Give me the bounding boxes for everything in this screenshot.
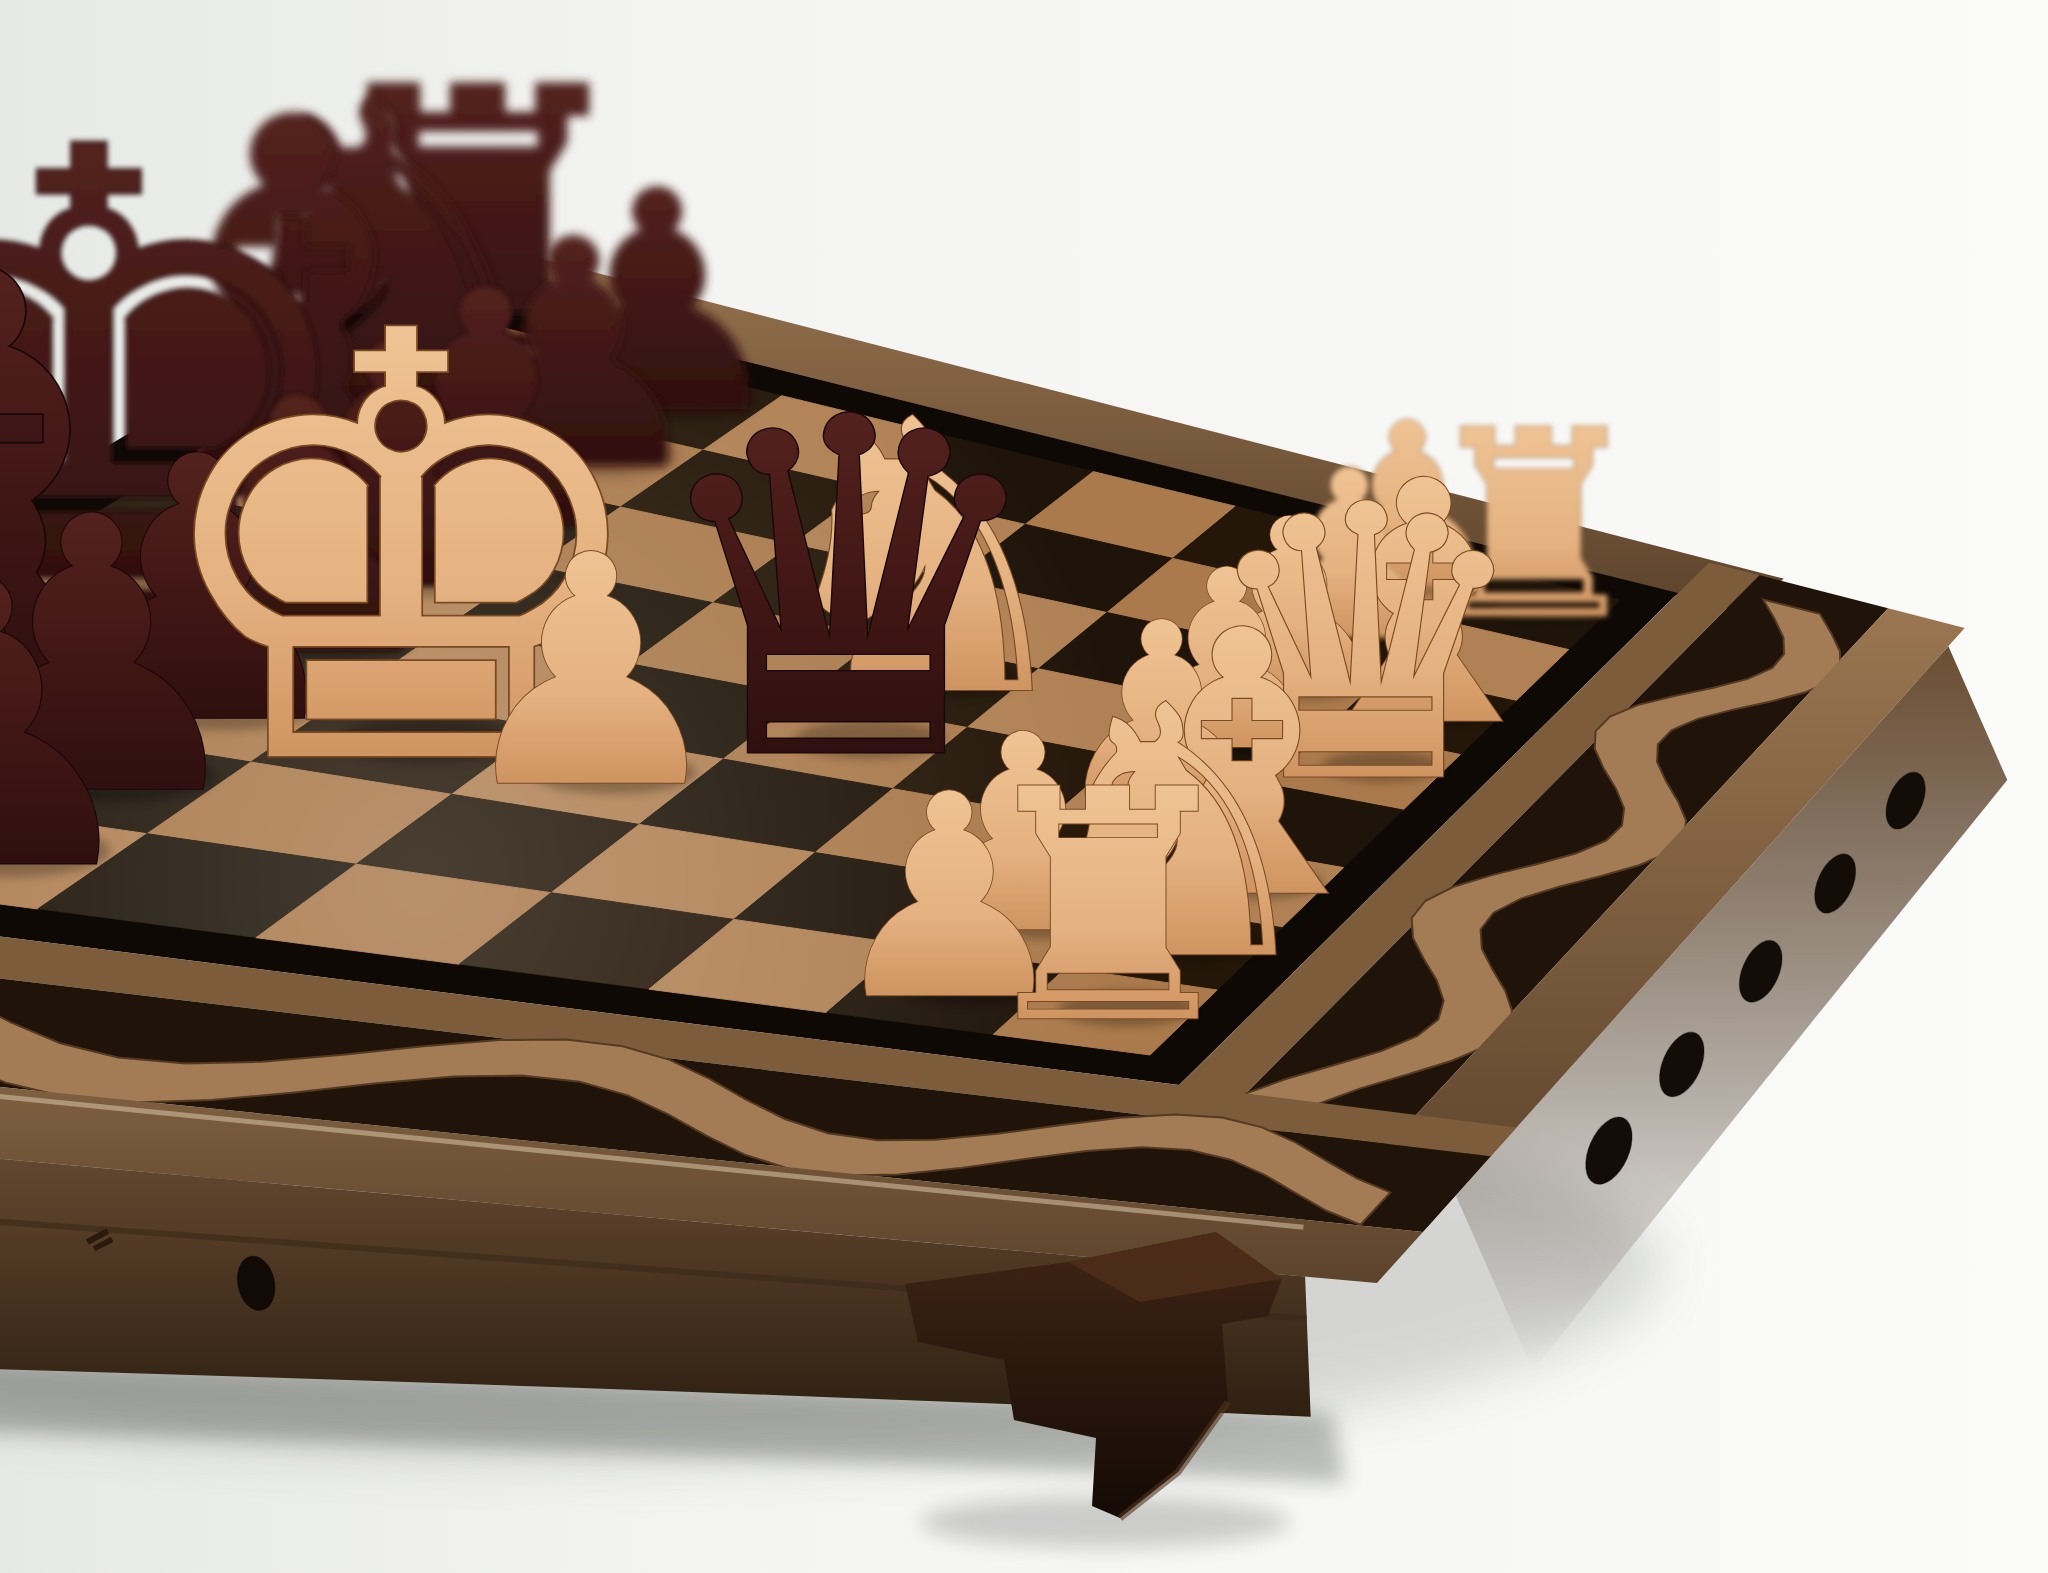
- piece-glyph-rook: ♜: [965, 722, 1251, 1093]
- chess-board: ♜♟♞♟♝♟♟♟♚♜♟♟♝♞♟♟♝♟♛♚♞♛♟♟♟♜♟♝♟♞♟♜: [0, 0, 2048, 1573]
- piece-white-pawn-f5[interactable]: ♟: [449, 489, 733, 858]
- chess-photo-scene: ♜♟♞♟♝♟♟♟♚♜♟♟♝♞♟♟♝♟♛♚♞♛♟♟♟♜♟♝♟♞♟♜: [0, 0, 2048, 1573]
- piece-white-rook-h1[interactable]: ♜: [965, 722, 1251, 1093]
- piece-black-pawn-h7[interactable]: ♟: [0, 497, 157, 956]
- piece-glyph-pawn: ♟: [449, 489, 733, 858]
- piece-glyph-pawn: ♟: [0, 497, 157, 956]
